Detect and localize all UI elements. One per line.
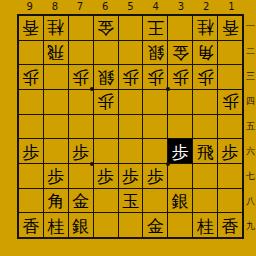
square-2八[interactable] — [193, 189, 217, 213]
square-7四[interactable] — [69, 90, 93, 114]
sente-piece-桂: 桂 — [47, 217, 64, 234]
rank-label-1: 一 — [245, 14, 256, 39]
square-6四[interactable]: 歩 — [94, 90, 118, 114]
square-8五[interactable] — [44, 115, 68, 139]
square-8七[interactable]: 歩 — [44, 164, 68, 188]
square-4六[interactable] — [143, 139, 167, 163]
square-4五[interactable] — [143, 115, 167, 139]
hoshi-dot — [166, 87, 170, 91]
square-7九[interactable]: 銀 — [69, 213, 93, 237]
rank-label-3: 三 — [245, 64, 256, 89]
square-6二[interactable] — [94, 41, 118, 65]
sente-piece-香: 香 — [222, 217, 239, 234]
square-8八[interactable]: 角 — [44, 189, 68, 213]
square-8九[interactable]: 桂 — [44, 213, 68, 237]
gote-piece-歩: 歩 — [22, 68, 39, 85]
sente-piece-飛: 飛 — [197, 143, 214, 160]
square-2七[interactable] — [193, 164, 217, 188]
square-9五[interactable] — [19, 115, 43, 139]
sente-piece-歩: 歩 — [72, 143, 89, 160]
square-4二[interactable]: 銀 — [143, 41, 167, 65]
sente-piece-金: 金 — [147, 217, 164, 234]
square-5三[interactable]: 歩 — [119, 65, 143, 89]
square-9一[interactable]: 香 — [19, 16, 43, 40]
file-label-9: 9 — [17, 0, 42, 14]
square-9二[interactable] — [19, 41, 43, 65]
square-6八[interactable] — [94, 189, 118, 213]
file-label-7: 7 — [67, 0, 92, 14]
square-1九[interactable]: 香 — [218, 213, 242, 237]
square-7二[interactable] — [69, 41, 93, 65]
gote-piece-桂: 桂 — [197, 19, 214, 36]
square-5六[interactable] — [119, 139, 143, 163]
square-7五[interactable] — [69, 115, 93, 139]
sente-piece-角: 角 — [47, 192, 64, 209]
file-label-2: 2 — [194, 0, 219, 14]
square-7一[interactable] — [69, 16, 93, 40]
shogi-screen: 987654321 一二三四五六七八九 香桂金王桂香飛銀金角歩歩銀歩歩歩歩歩歩歩… — [0, 0, 256, 256]
square-1八[interactable] — [218, 189, 242, 213]
square-6三[interactable]: 銀 — [94, 65, 118, 89]
square-3五[interactable] — [168, 115, 192, 139]
square-1五[interactable] — [218, 115, 242, 139]
gote-piece-歩: 歩 — [72, 68, 89, 85]
gote-piece-歩: 歩 — [122, 68, 139, 85]
square-5七[interactable]: 歩 — [119, 164, 143, 188]
hoshi-dot — [166, 162, 170, 166]
square-7六[interactable]: 歩 — [69, 139, 93, 163]
gote-piece-歩: 歩 — [147, 68, 164, 85]
sente-piece-銀: 銀 — [72, 217, 89, 234]
gote-piece-歩: 歩 — [222, 93, 239, 110]
square-2一[interactable]: 桂 — [193, 16, 217, 40]
square-6五[interactable] — [94, 115, 118, 139]
square-6一[interactable]: 金 — [94, 16, 118, 40]
square-3二[interactable]: 金 — [168, 41, 192, 65]
square-1二[interactable] — [218, 41, 242, 65]
square-2九[interactable]: 桂 — [193, 213, 217, 237]
file-label-1: 1 — [219, 0, 244, 14]
sente-piece-香: 香 — [22, 217, 39, 234]
square-9三[interactable]: 歩 — [19, 65, 43, 89]
gote-piece-王: 王 — [147, 19, 164, 36]
square-4一[interactable]: 王 — [143, 16, 167, 40]
gote-piece-金: 金 — [97, 19, 114, 36]
square-4九[interactable]: 金 — [143, 213, 167, 237]
square-5四[interactable] — [119, 90, 143, 114]
square-6六[interactable] — [94, 139, 118, 163]
square-2四[interactable] — [193, 90, 217, 114]
square-2六[interactable]: 飛 — [193, 139, 217, 163]
file-label-4: 4 — [143, 0, 168, 14]
square-4三[interactable]: 歩 — [143, 65, 167, 89]
rank-label-6: 六 — [245, 139, 256, 164]
sente-piece-歩: 歩 — [97, 168, 114, 185]
square-3八[interactable]: 銀 — [168, 189, 192, 213]
gote-piece-香: 香 — [22, 19, 39, 36]
square-6九[interactable] — [94, 213, 118, 237]
file-label-8: 8 — [42, 0, 67, 14]
square-5八[interactable]: 玉 — [119, 189, 143, 213]
square-5二[interactable] — [119, 41, 143, 65]
sente-piece-歩: 歩 — [172, 143, 189, 160]
square-4七[interactable]: 歩 — [143, 164, 167, 188]
square-1六[interactable]: 歩 — [218, 139, 242, 163]
square-9六[interactable]: 歩 — [19, 139, 43, 163]
square-6七[interactable]: 歩 — [94, 164, 118, 188]
file-label-6: 6 — [93, 0, 118, 14]
sente-piece-歩: 歩 — [47, 168, 64, 185]
square-9八[interactable] — [19, 189, 43, 213]
board: 香桂金王桂香飛銀金角歩歩銀歩歩歩歩歩歩歩歩歩飛歩歩歩歩歩角金玉銀香桂銀金桂香 — [17, 14, 244, 239]
square-8二[interactable]: 飛 — [44, 41, 68, 65]
file-label-5: 5 — [118, 0, 143, 14]
rank-label-2: 二 — [245, 39, 256, 64]
square-1四[interactable]: 歩 — [218, 90, 242, 114]
square-5九[interactable] — [119, 213, 143, 237]
square-5一[interactable] — [119, 16, 143, 40]
gote-piece-桂: 桂 — [47, 19, 64, 36]
rank-label-7: 七 — [245, 164, 256, 189]
rank-label-5: 五 — [245, 114, 256, 139]
rank-label-8: 八 — [245, 189, 256, 214]
square-3三[interactable]: 歩 — [168, 65, 192, 89]
square-5五[interactable] — [119, 115, 143, 139]
square-3一[interactable] — [168, 16, 192, 40]
hoshi-dot — [90, 162, 94, 166]
gote-piece-歩: 歩 — [197, 68, 214, 85]
square-2三[interactable]: 歩 — [193, 65, 217, 89]
square-9九[interactable]: 香 — [19, 213, 43, 237]
square-7七[interactable] — [69, 164, 93, 188]
sente-piece-銀: 銀 — [172, 192, 189, 209]
gote-piece-飛: 飛 — [47, 43, 64, 60]
square-8三[interactable] — [44, 65, 68, 89]
sente-piece-金: 金 — [72, 192, 89, 209]
gote-piece-銀: 銀 — [97, 68, 114, 85]
square-7三[interactable]: 歩 — [69, 65, 93, 89]
rank-labels: 一二三四五六七八九 — [245, 14, 256, 239]
square-1七[interactable] — [218, 164, 242, 188]
square-2二[interactable]: 角 — [193, 41, 217, 65]
gote-piece-歩: 歩 — [97, 93, 114, 110]
square-9七[interactable] — [19, 164, 43, 188]
gote-piece-銀: 銀 — [147, 43, 164, 60]
square-2五[interactable] — [193, 115, 217, 139]
square-7八[interactable]: 金 — [69, 189, 93, 213]
square-3六[interactable]: 歩 — [168, 139, 192, 163]
square-8六[interactable] — [44, 139, 68, 163]
sente-piece-歩: 歩 — [222, 143, 239, 160]
square-4八[interactable] — [143, 189, 167, 213]
square-1三[interactable] — [218, 65, 242, 89]
file-label-3: 3 — [168, 0, 193, 14]
rank-label-9: 九 — [245, 214, 256, 239]
gote-piece-金: 金 — [172, 43, 189, 60]
square-3九[interactable] — [168, 213, 192, 237]
sente-piece-歩: 歩 — [147, 168, 164, 185]
gote-piece-角: 角 — [197, 43, 214, 60]
sente-piece-玉: 玉 — [122, 192, 139, 209]
square-9四[interactable] — [19, 90, 43, 114]
square-8四[interactable] — [44, 90, 68, 114]
sente-piece-歩: 歩 — [22, 143, 39, 160]
square-4四[interactable] — [143, 90, 167, 114]
gote-piece-香: 香 — [222, 19, 239, 36]
hoshi-dot — [90, 87, 94, 91]
square-3七[interactable] — [168, 164, 192, 188]
square-3四[interactable] — [168, 90, 192, 114]
gote-piece-歩: 歩 — [172, 68, 189, 85]
sente-piece-桂: 桂 — [197, 217, 214, 234]
sente-piece-歩: 歩 — [122, 168, 139, 185]
square-8一[interactable]: 桂 — [44, 16, 68, 40]
square-1一[interactable]: 香 — [218, 16, 242, 40]
file-labels: 987654321 — [17, 0, 244, 14]
rank-label-4: 四 — [245, 89, 256, 114]
